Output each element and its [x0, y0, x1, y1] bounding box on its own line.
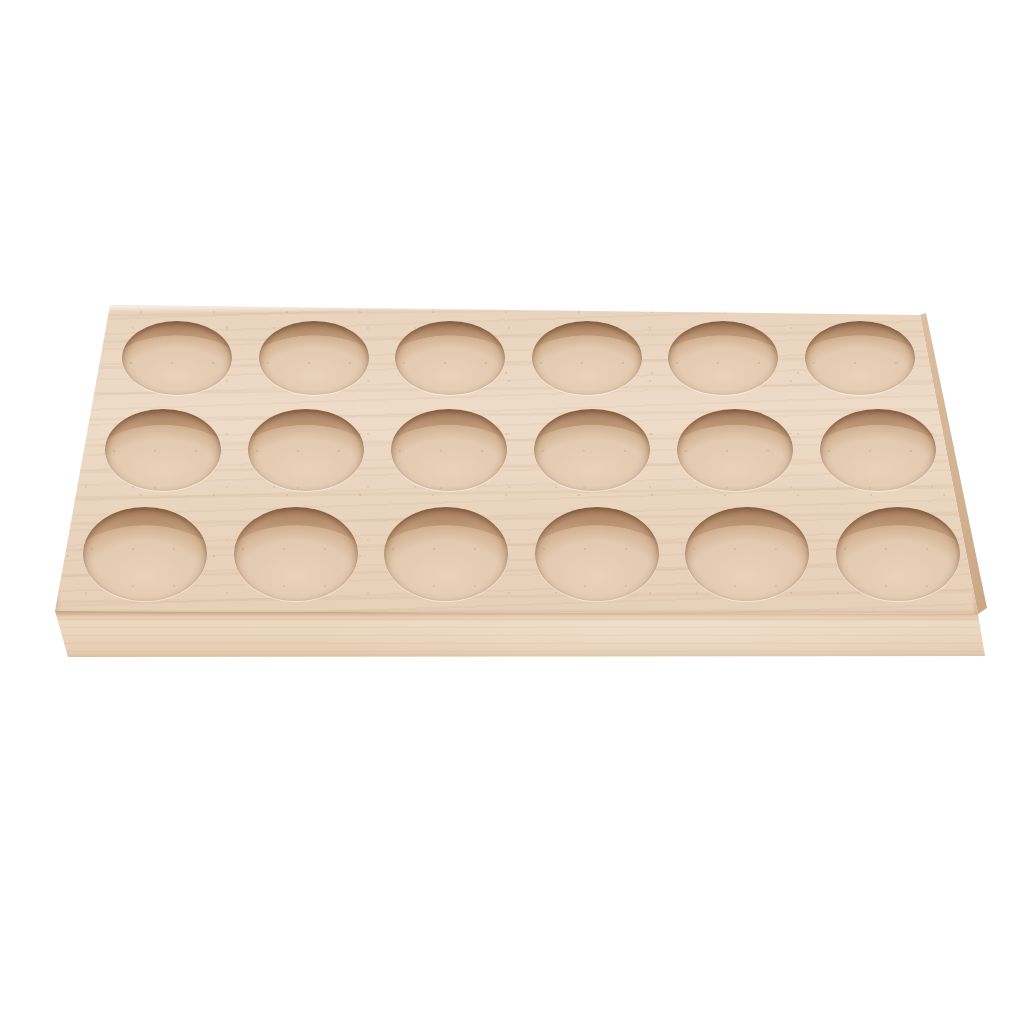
- pit-r2c3[interactable]: [391, 409, 507, 491]
- pit-r3c5[interactable]: [685, 507, 809, 601]
- pit-r1c1[interactable]: [122, 321, 232, 395]
- tray-top-surface: [55, 305, 978, 614]
- pit-r2c5[interactable]: [677, 409, 793, 491]
- pit-r1c5[interactable]: [668, 321, 778, 395]
- product-photo-canvas: [0, 0, 1024, 1024]
- pit-r2c6[interactable]: [820, 409, 936, 491]
- pit-r3c2[interactable]: [234, 507, 358, 601]
- pit-r3c1[interactable]: [83, 507, 207, 601]
- pit-r1c6[interactable]: [805, 321, 915, 395]
- pit-r1c3[interactable]: [395, 321, 505, 395]
- pit-r2c4[interactable]: [534, 409, 650, 491]
- tray-front-edge: [55, 611, 986, 658]
- pit-r3c4[interactable]: [535, 507, 659, 601]
- pit-r1c2[interactable]: [259, 321, 369, 395]
- pit-r2c2[interactable]: [248, 409, 364, 491]
- pit-r3c3[interactable]: [384, 507, 508, 601]
- pit-r1c4[interactable]: [532, 321, 642, 395]
- pit-r3c6[interactable]: [836, 507, 960, 601]
- pit-r2c1[interactable]: [105, 409, 221, 491]
